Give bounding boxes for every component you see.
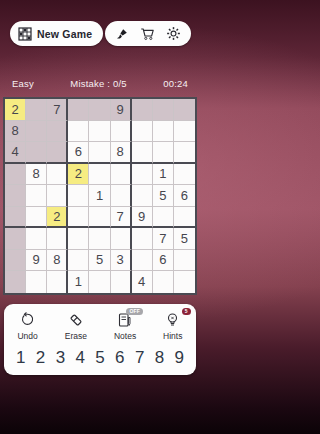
sudoku-cell-r5c1[interactable] <box>5 185 26 207</box>
sudoku-cell-r6c4[interactable] <box>68 207 89 229</box>
sudoku-cell-r3c5[interactable] <box>89 142 110 164</box>
sudoku-cell-r6c7[interactable]: 9 <box>132 207 153 229</box>
sudoku-cell-r2c1[interactable]: 8 <box>5 121 26 143</box>
cart-icon[interactable] <box>140 27 155 41</box>
undo-label: Undo <box>17 331 37 341</box>
numpad-6[interactable]: 6 <box>115 348 124 368</box>
sudoku-cell-r8c1[interactable] <box>5 250 26 272</box>
difficulty-label: Easy <box>12 78 34 89</box>
sudoku-cell-r6c8[interactable] <box>153 207 174 229</box>
sudoku-cell-r7c2[interactable] <box>26 228 47 250</box>
sudoku-cell-r3c7[interactable] <box>132 142 153 164</box>
sudoku-cell-r5c6[interactable] <box>111 185 132 207</box>
sudoku-cell-r1c1[interactable]: 2 <box>5 99 26 121</box>
sudoku-cell-r4c3[interactable] <box>47 164 68 186</box>
sudoku-cell-r5c9[interactable]: 6 <box>174 185 195 207</box>
notes-button[interactable]: OFF Notes <box>114 312 136 341</box>
undo-button[interactable]: Undo <box>17 312 37 341</box>
sudoku-cell-r7c1[interactable] <box>5 228 26 250</box>
numpad-2[interactable]: 2 <box>36 348 45 368</box>
hints-label: Hints <box>163 331 182 341</box>
sudoku-cell-r6c9[interactable] <box>174 207 195 229</box>
sudoku-cell-r9c3[interactable] <box>47 271 68 293</box>
sudoku-cell-r3c3[interactable] <box>47 142 68 164</box>
sudoku-cell-r3c4[interactable]: 6 <box>68 142 89 164</box>
sudoku-cell-r8c6[interactable]: 3 <box>111 250 132 272</box>
status-bar: Easy Mistake : 0/5 00:24 <box>0 78 200 89</box>
numpad: 123456789 <box>4 341 196 368</box>
sudoku-cell-r9c1[interactable] <box>5 271 26 293</box>
notes-icon: OFF <box>116 312 134 328</box>
sudoku-cell-r4c8[interactable]: 1 <box>153 164 174 186</box>
sudoku-cell-r2c4[interactable] <box>68 121 89 143</box>
sudoku-cell-r2c9[interactable] <box>174 121 195 143</box>
brush-icon[interactable] <box>115 27 129 41</box>
erase-label: Erase <box>65 331 87 341</box>
sudoku-cell-r1c2[interactable] <box>26 99 47 121</box>
hints-button[interactable]: 5 Hints <box>163 312 182 341</box>
timer: 00:24 <box>163 78 188 89</box>
sudoku-grid: 2798468821156279759853614 <box>5 99 195 293</box>
notes-badge: OFF <box>126 308 143 315</box>
sudoku-cell-r1c6[interactable]: 9 <box>111 99 132 121</box>
sudoku-cell-r5c3[interactable] <box>47 185 68 207</box>
sudoku-cell-r8c8[interactable]: 6 <box>153 250 174 272</box>
undo-icon <box>19 312 37 328</box>
numpad-1[interactable]: 1 <box>16 348 25 368</box>
sudoku-cell-r3c9[interactable] <box>174 142 195 164</box>
sudoku-cell-r2c8[interactable] <box>153 121 174 143</box>
sudoku-cell-r7c5[interactable] <box>89 228 110 250</box>
numpad-7[interactable]: 7 <box>135 348 144 368</box>
sudoku-cell-r1c7[interactable] <box>132 99 153 121</box>
sudoku-cell-r7c9[interactable]: 5 <box>174 228 195 250</box>
sudoku-cell-r1c9[interactable] <box>174 99 195 121</box>
sudoku-cell-r6c3[interactable]: 2 <box>47 207 68 229</box>
sudoku-cell-r2c5[interactable] <box>89 121 110 143</box>
sudoku-cell-r7c7[interactable] <box>132 228 153 250</box>
sudoku-cell-r8c5[interactable]: 5 <box>89 250 110 272</box>
sudoku-cell-r7c4[interactable] <box>68 228 89 250</box>
sudoku-cell-r4c9[interactable] <box>174 164 195 186</box>
sudoku-cell-r1c3[interactable]: 7 <box>47 99 68 121</box>
settings-gear-icon[interactable] <box>166 26 181 41</box>
control-panel: Undo Erase OFF <box>4 304 196 375</box>
sudoku-cell-r7c8[interactable]: 7 <box>153 228 174 250</box>
sudoku-cell-r3c6[interactable]: 8 <box>111 142 132 164</box>
hints-badge: 5 <box>182 308 191 315</box>
eraser-icon <box>67 312 85 328</box>
sudoku-cell-r4c2[interactable]: 8 <box>26 164 47 186</box>
erase-button[interactable]: Erase <box>65 312 87 341</box>
sudoku-cell-r9c9[interactable] <box>174 271 195 293</box>
sudoku-cell-r5c8[interactable]: 5 <box>153 185 174 207</box>
numpad-9[interactable]: 9 <box>175 348 184 368</box>
sudoku-cell-r1c8[interactable] <box>153 99 174 121</box>
sudoku-grid-icon <box>18 27 32 41</box>
new-game-label: New Game <box>37 28 92 40</box>
sudoku-cell-r5c7[interactable] <box>132 185 153 207</box>
mistakes-counter: Mistake : 0/5 <box>70 78 126 89</box>
sudoku-cell-r1c5[interactable] <box>89 99 110 121</box>
notes-label: Notes <box>114 331 136 341</box>
sudoku-cell-r6c2[interactable] <box>26 207 47 229</box>
sudoku-cell-r1c4[interactable] <box>68 99 89 121</box>
sudoku-cell-r9c7[interactable]: 4 <box>132 271 153 293</box>
sudoku-cell-r8c9[interactable] <box>174 250 195 272</box>
sudoku-cell-r2c7[interactable] <box>132 121 153 143</box>
sudoku-cell-r9c5[interactable] <box>89 271 110 293</box>
sudoku-cell-r7c6[interactable] <box>111 228 132 250</box>
sudoku-cell-r5c5[interactable]: 1 <box>89 185 110 207</box>
sudoku-cell-r6c5[interactable] <box>89 207 110 229</box>
sudoku-board: 2798468821156279759853614 <box>3 97 197 295</box>
header-icon-group <box>105 21 191 46</box>
sudoku-cell-r5c4[interactable] <box>68 185 89 207</box>
toolbar: Undo Erase OFF <box>4 312 196 341</box>
sudoku-cell-r7c3[interactable] <box>47 228 68 250</box>
numpad-4[interactable]: 4 <box>75 348 84 368</box>
sudoku-cell-r4c1[interactable] <box>5 164 26 186</box>
sudoku-cell-r8c2[interactable]: 9 <box>26 250 47 272</box>
sudoku-cell-r3c8[interactable] <box>153 142 174 164</box>
sudoku-cell-r8c4[interactable] <box>68 250 89 272</box>
sudoku-cell-r9c8[interactable] <box>153 271 174 293</box>
sudoku-cell-r6c1[interactable] <box>5 207 26 229</box>
sudoku-cell-r9c4[interactable]: 1 <box>68 271 89 293</box>
sudoku-cell-r4c5[interactable] <box>89 164 110 186</box>
sudoku-cell-r3c2[interactable] <box>26 142 47 164</box>
sudoku-cell-r8c7[interactable] <box>132 250 153 272</box>
sudoku-cell-r6c6[interactable]: 7 <box>111 207 132 229</box>
sudoku-cell-r5c2[interactable] <box>26 185 47 207</box>
sudoku-cell-r4c6[interactable] <box>111 164 132 186</box>
hint-bulb-icon: 5 <box>164 312 182 328</box>
header: New Game <box>0 0 200 46</box>
sudoku-cell-r4c4[interactable]: 2 <box>68 164 89 186</box>
sudoku-cell-r3c1[interactable]: 4 <box>5 142 26 164</box>
numpad-8[interactable]: 8 <box>155 348 164 368</box>
sudoku-cell-r2c2[interactable] <box>26 121 47 143</box>
sudoku-cell-r9c6[interactable] <box>111 271 132 293</box>
numpad-3[interactable]: 3 <box>56 348 65 368</box>
sudoku-cell-r9c2[interactable] <box>26 271 47 293</box>
sudoku-cell-r4c7[interactable] <box>132 164 153 186</box>
sudoku-cell-r2c3[interactable] <box>47 121 68 143</box>
sudoku-cell-r2c6[interactable] <box>111 121 132 143</box>
numpad-5[interactable]: 5 <box>95 348 104 368</box>
sudoku-cell-r8c3[interactable]: 8 <box>47 250 68 272</box>
new-game-button[interactable]: New Game <box>10 21 103 46</box>
